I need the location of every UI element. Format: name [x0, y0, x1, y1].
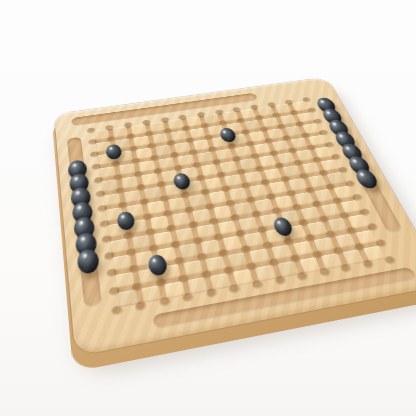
game-board: ●●●●●●● ●●●●●●● ●●●●●● [54, 77, 416, 356]
stone-glyph: ● [271, 216, 294, 237]
marble-sphere: ● [218, 127, 237, 143]
stone-black[interactable]: ● [173, 175, 191, 188]
product-photo-scene: ●●●●●●● ●●●●●●● ●●●●●● [0, 0, 416, 416]
stone-glyph: ● [353, 168, 381, 190]
marble-sphere: ● [172, 173, 192, 191]
marble-sphere: ● [116, 210, 136, 231]
tray-marble-black[interactable]: ● [77, 251, 100, 270]
marble-sphere: ● [147, 254, 169, 277]
stone-glyph: ● [76, 247, 100, 274]
stone-glyph: ● [147, 254, 169, 277]
marble-sphere: ● [105, 143, 123, 160]
stone-black[interactable]: ● [147, 257, 167, 274]
stone-black[interactable]: ● [273, 219, 294, 234]
stone-glyph: ● [116, 210, 136, 231]
marble-sphere: ● [271, 216, 294, 237]
stone-black[interactable]: ● [117, 213, 136, 228]
marble-sphere: ● [76, 247, 100, 274]
stone-glyph: ● [105, 143, 123, 160]
stone-glyph: ● [218, 127, 237, 143]
marble-sphere: ● [353, 168, 381, 190]
stone-glyph: ● [172, 173, 192, 191]
stone-black[interactable]: ● [219, 129, 237, 140]
tray-marble-black[interactable]: ● [354, 171, 378, 186]
stone-black[interactable]: ● [105, 146, 122, 158]
